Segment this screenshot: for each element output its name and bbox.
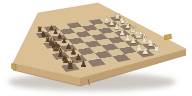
piece-black-rook-h8[interactable]: ♜ [66,60,75,70]
chess-set-photo: ♜♟♞♟♝♟♟♜♛♟♟♞♚♟♟♝♝♟♟♛♞♟♟♚♜♟♟♝♟♞♟♜ [0,0,192,96]
piece-white-pawn-h2[interactable]: ♟ [142,48,150,57]
piece-black-pawn-h7[interactable]: ♟ [80,59,88,67]
piece-white-rook-h1[interactable]: ♜ [152,44,161,54]
clasp [12,64,17,70]
hinge [164,34,172,40]
